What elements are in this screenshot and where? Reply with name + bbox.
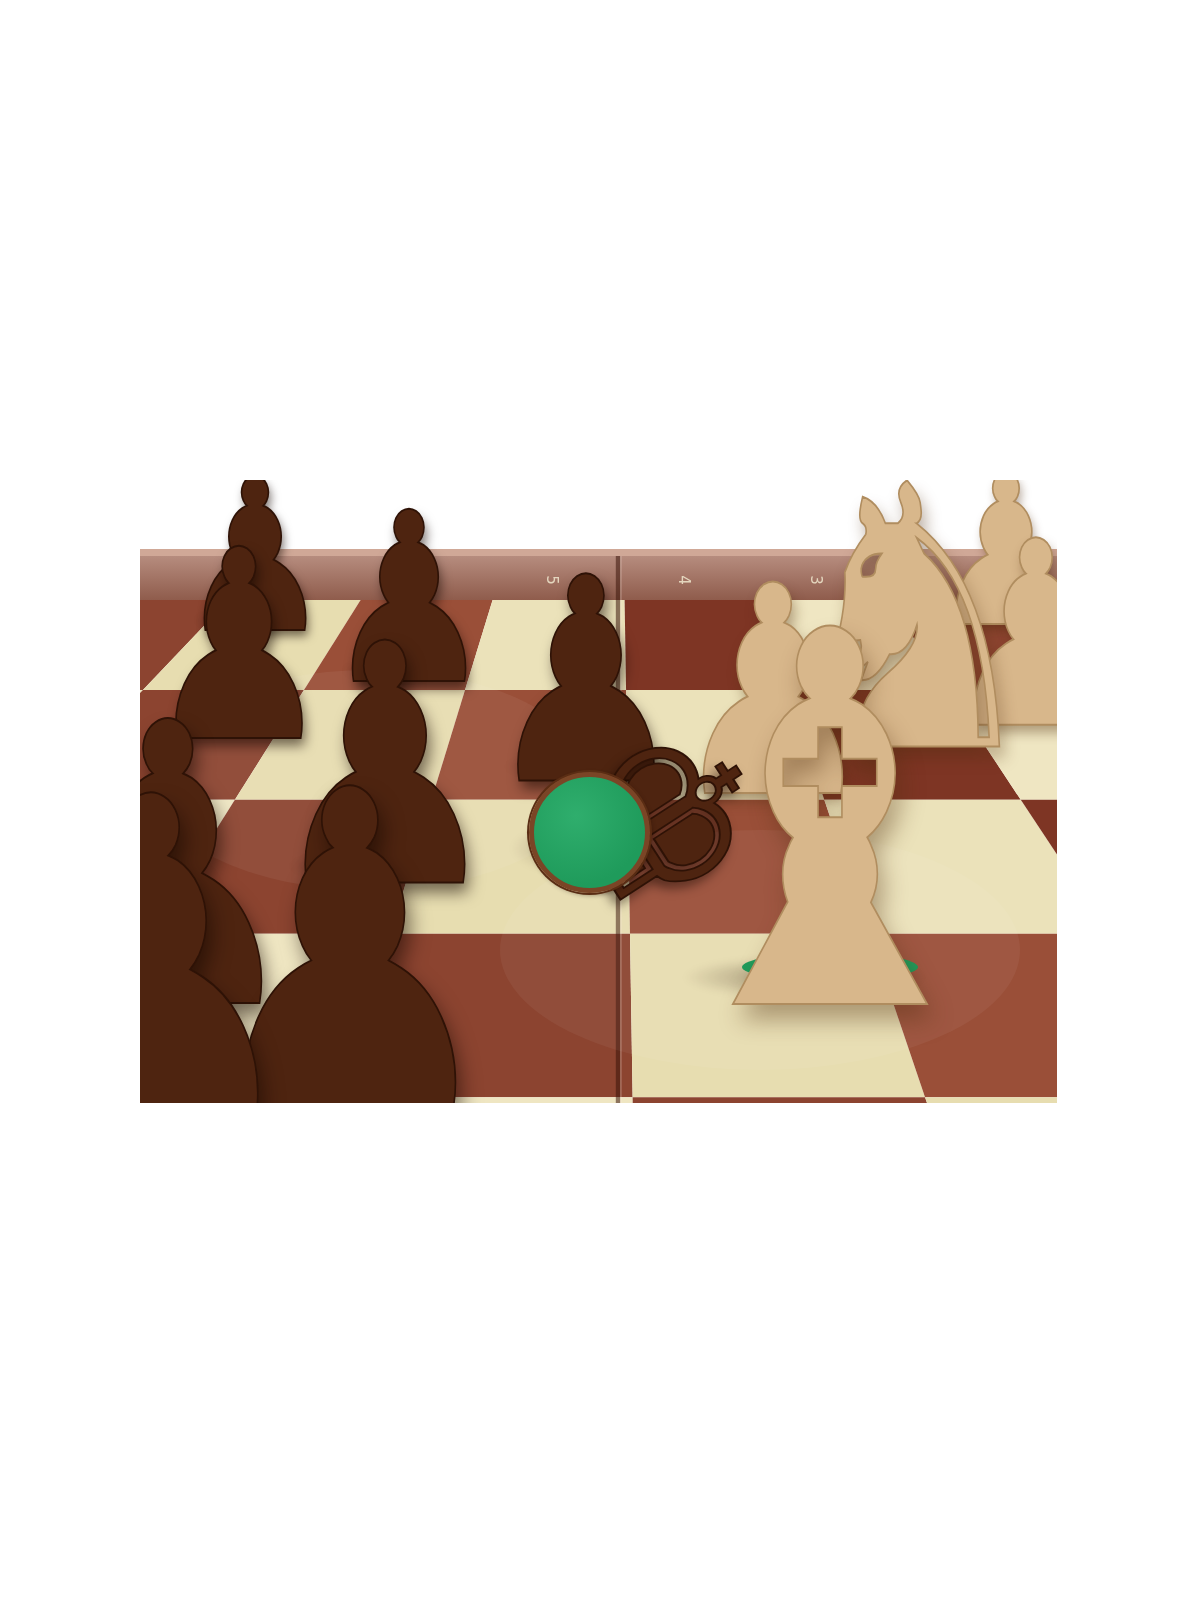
chess-set-photo: 543 ♟♟♟♟♟♞♟♟♚♟♝♟♟♟	[140, 480, 1057, 1103]
fallen-king-green-felt-base	[529, 772, 650, 893]
piece-layer: ♟♟♟♟♟♞♟♟♚♟♝♟♟♟	[140, 480, 1057, 1103]
page: 543 ♟♟♟♟♟♞♟♟♚♟♝♟♟♟	[0, 0, 1200, 1600]
black-pawn-icon: ♟	[140, 741, 311, 1103]
white-bishop-icon: ♝	[644, 566, 1016, 1084]
